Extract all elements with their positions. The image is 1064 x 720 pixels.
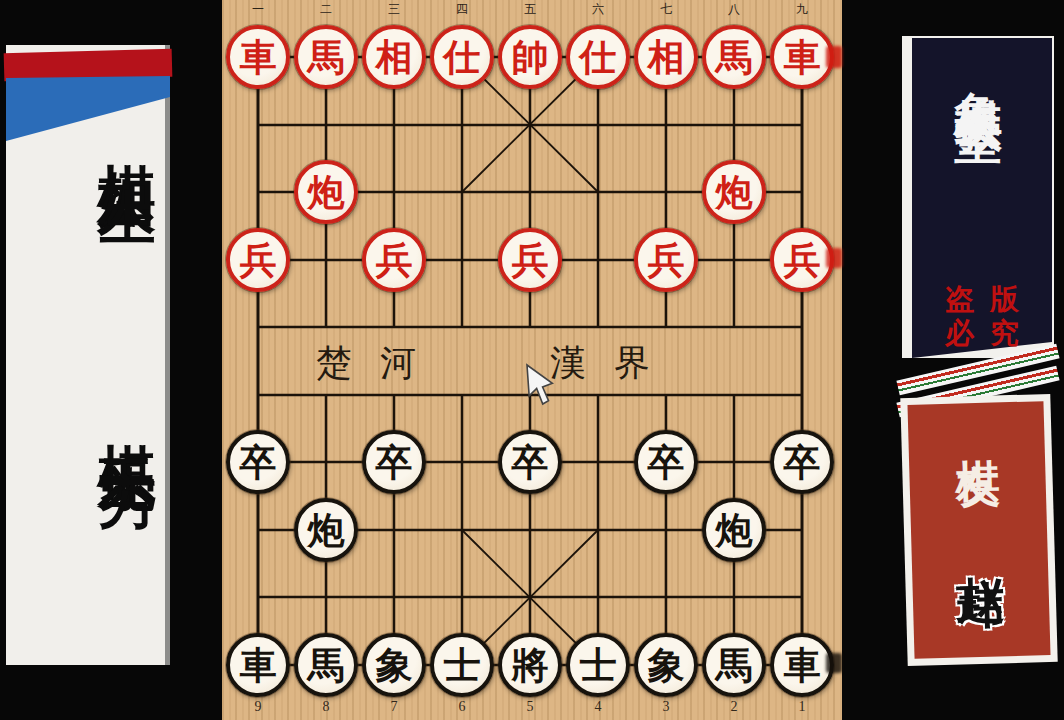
banner-brick-field <box>907 401 1050 659</box>
red-smear-artifact <box>826 248 842 268</box>
piece-red-advisor[interactable]: 仕 <box>430 25 494 89</box>
file-label-top: 八 <box>724 1 744 18</box>
dark-smear-artifact <box>826 653 842 673</box>
calligraphy-line-1: 棋如人生 <box>6 117 165 149</box>
piece-black-general[interactable]: 將 <box>498 633 562 697</box>
piece-black-advisor[interactable]: 士 <box>430 633 494 697</box>
piece-red-general[interactable]: 帥 <box>498 25 562 89</box>
piece-red-cannon[interactable]: 炮 <box>294 160 358 224</box>
file-label-top: 七 <box>656 1 676 18</box>
xiangqi-board[interactable]: 一二三四五六七八九 987654321 楚河 漢界 車馬相仕帥仕相馬車炮炮兵兵兵… <box>222 0 842 720</box>
file-label-top: 二 <box>316 1 336 18</box>
file-label-bottom: 6 <box>452 699 472 715</box>
piece-red-pawn[interactable]: 兵 <box>498 228 562 292</box>
piece-red-pawn[interactable]: 兵 <box>634 228 698 292</box>
file-label-top: 五 <box>520 1 540 18</box>
right-bottom-banner: 棋友 赵玮 <box>900 394 1057 666</box>
board-grid-lines <box>222 0 842 720</box>
piece-black-elephant[interactable]: 象 <box>634 633 698 697</box>
piece-red-elephant[interactable]: 相 <box>634 25 698 89</box>
piece-red-advisor[interactable]: 仕 <box>566 25 630 89</box>
file-label-top: 三 <box>384 1 404 18</box>
piece-black-pawn[interactable]: 卒 <box>362 430 426 494</box>
piece-red-pawn[interactable]: 兵 <box>770 228 834 292</box>
file-label-bottom: 5 <box>520 699 540 715</box>
calligraphy-line-2: 棋乐无穷 <box>6 397 165 429</box>
chess-friend-label: 棋友 <box>947 423 1006 437</box>
right-top-banner: 象棋教室 盗版 必究 <box>902 36 1054 358</box>
mouse-cursor <box>524 363 556 409</box>
piece-red-pawn[interactable]: 兵 <box>362 228 426 292</box>
piece-black-cannon[interactable]: 炮 <box>294 498 358 562</box>
file-label-top: 一 <box>248 1 268 18</box>
piece-black-pawn[interactable]: 卒 <box>498 430 562 494</box>
file-label-bottom: 1 <box>792 699 812 715</box>
file-label-bottom: 4 <box>588 699 608 715</box>
river-text-right: 漢界 <box>550 341 678 385</box>
piece-red-horse[interactable]: 馬 <box>294 25 358 89</box>
piece-black-pawn[interactable]: 卒 <box>226 430 290 494</box>
piece-black-chariot[interactable]: 車 <box>226 633 290 697</box>
piece-black-advisor[interactable]: 士 <box>566 633 630 697</box>
piece-black-pawn[interactable]: 卒 <box>634 430 698 494</box>
piece-black-pawn[interactable]: 卒 <box>770 430 834 494</box>
piece-red-cannon[interactable]: 炮 <box>702 160 766 224</box>
classroom-title: 象棋教室 <box>946 52 1010 84</box>
file-label-bottom: 8 <box>316 699 336 715</box>
piece-black-chariot[interactable]: 車 <box>770 633 834 697</box>
file-label-top: 六 <box>588 1 608 18</box>
red-smear-artifact <box>826 46 842 68</box>
piece-black-cannon[interactable]: 炮 <box>702 498 766 562</box>
piece-red-chariot[interactable]: 車 <box>770 25 834 89</box>
file-label-top: 九 <box>792 1 812 18</box>
piece-red-chariot[interactable]: 車 <box>226 25 290 89</box>
file-label-bottom: 7 <box>384 699 404 715</box>
piece-black-horse[interactable]: 馬 <box>702 633 766 697</box>
file-label-bottom: 9 <box>248 699 268 715</box>
file-label-bottom: 3 <box>656 699 676 715</box>
piece-red-elephant[interactable]: 相 <box>362 25 426 89</box>
video-frame: 棋如人生 棋乐无穷 <box>0 0 1064 720</box>
file-label-bottom: 2 <box>724 699 744 715</box>
piece-black-elephant[interactable]: 象 <box>362 633 426 697</box>
left-calligraphy-banner: 棋如人生 棋乐无穷 <box>6 45 170 665</box>
piece-black-horse[interactable]: 馬 <box>294 633 358 697</box>
river-text-left: 楚河 <box>316 341 444 385</box>
piece-red-pawn[interactable]: 兵 <box>226 228 290 292</box>
piracy-warning-line-2: 必究 <box>910 314 1054 354</box>
piece-red-horse[interactable]: 馬 <box>702 25 766 89</box>
file-label-top: 四 <box>452 1 472 18</box>
